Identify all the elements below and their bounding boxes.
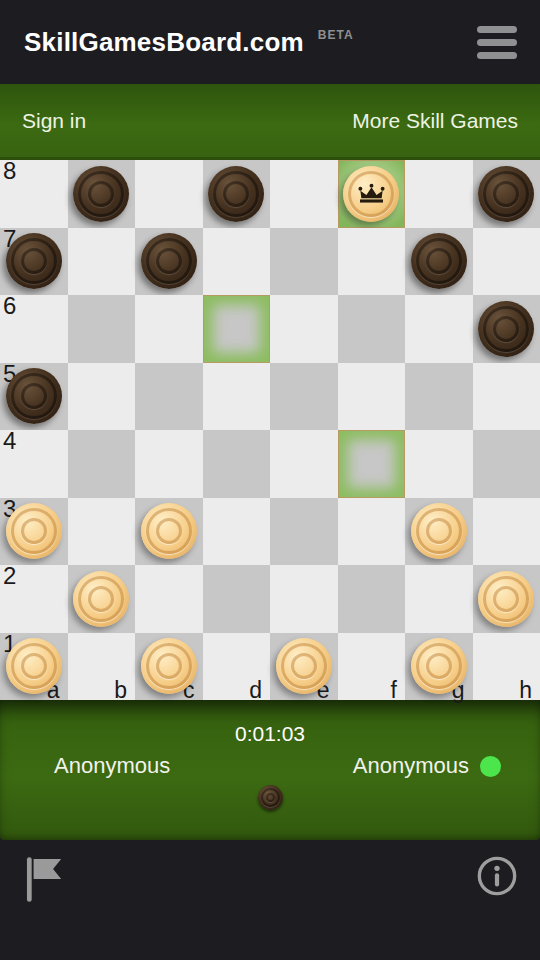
piece-dark-man[interactable] xyxy=(73,166,129,222)
square-a3[interactable]: 3 xyxy=(0,498,68,566)
piece-ring xyxy=(156,518,182,544)
square-d1[interactable]: d xyxy=(203,633,271,701)
square-d8[interactable] xyxy=(203,160,271,228)
square-c4[interactable] xyxy=(135,430,203,498)
square-f7[interactable] xyxy=(338,228,406,296)
square-d6[interactable] xyxy=(203,295,271,363)
rank-label-8: 8 xyxy=(3,159,16,183)
piece-ring xyxy=(266,793,275,802)
piece-light-man[interactable] xyxy=(141,638,197,694)
square-h1[interactable]: h xyxy=(473,633,540,701)
rank-label-2: 2 xyxy=(3,564,16,588)
square-a5[interactable]: 5 xyxy=(0,363,68,431)
square-f4[interactable] xyxy=(338,430,406,498)
file-label-f: f xyxy=(391,679,397,702)
info-icon[interactable] xyxy=(476,855,518,901)
square-f8[interactable] xyxy=(338,160,406,228)
piece-dark-man[interactable] xyxy=(208,166,264,222)
game-clock: 0:01:03 xyxy=(0,722,540,746)
square-h3[interactable] xyxy=(473,498,540,566)
app-title: SkillGamesBoard.com xyxy=(24,27,304,58)
online-status-dot xyxy=(480,756,501,777)
square-a1[interactable]: 1a xyxy=(0,633,68,701)
resign-flag-icon[interactable] xyxy=(26,855,64,909)
square-h6[interactable] xyxy=(473,295,540,363)
status-panel: 0:01:03 Anonymous Anonymous xyxy=(0,700,540,840)
square-g2[interactable] xyxy=(405,565,473,633)
square-d5[interactable] xyxy=(203,363,271,431)
square-g3[interactable] xyxy=(405,498,473,566)
piece-ring xyxy=(493,316,519,342)
square-a4[interactable]: 4 xyxy=(0,430,68,498)
captured-pieces-tray xyxy=(0,785,540,810)
sign-in-link[interactable]: Sign in xyxy=(22,109,86,133)
square-g4[interactable] xyxy=(405,430,473,498)
piece-ring xyxy=(426,248,452,274)
beta-badge: BETA xyxy=(318,28,354,42)
crown-icon xyxy=(357,183,386,204)
piece-dark-man[interactable] xyxy=(478,301,534,357)
piece-ring xyxy=(21,248,47,274)
piece-light-man[interactable] xyxy=(6,638,62,694)
square-h7[interactable] xyxy=(473,228,540,296)
piece-ring xyxy=(426,518,452,544)
bottom-toolbar xyxy=(0,840,540,957)
square-c5[interactable] xyxy=(135,363,203,431)
square-c2[interactable] xyxy=(135,565,203,633)
square-b8[interactable] xyxy=(68,160,136,228)
players-row: Anonymous Anonymous xyxy=(0,746,540,779)
square-a2[interactable]: 2 xyxy=(0,565,68,633)
square-e4[interactable] xyxy=(270,430,338,498)
piece-light-man[interactable] xyxy=(411,503,467,559)
top-app-bar: SkillGamesBoard.com BETA xyxy=(0,0,540,84)
piece-dark-man[interactable] xyxy=(478,166,534,222)
menu-bar xyxy=(477,39,517,46)
square-e8[interactable] xyxy=(270,160,338,228)
file-label-d: d xyxy=(249,679,262,702)
square-f2[interactable] xyxy=(338,565,406,633)
square-g8[interactable] xyxy=(405,160,473,228)
piece-ring xyxy=(88,181,114,207)
player-left-name: Anonymous xyxy=(54,753,170,779)
square-b2[interactable] xyxy=(68,565,136,633)
square-h2[interactable] xyxy=(473,565,540,633)
nav-bar: Sign in More Skill Games xyxy=(0,84,540,160)
square-g1[interactable]: g xyxy=(405,633,473,701)
piece-ring xyxy=(21,383,47,409)
square-a7[interactable]: 7 xyxy=(0,228,68,296)
menu-bar xyxy=(477,52,517,59)
square-f3[interactable] xyxy=(338,498,406,566)
square-b3[interactable] xyxy=(68,498,136,566)
piece-light-king[interactable] xyxy=(343,166,399,222)
square-h5[interactable] xyxy=(473,363,540,431)
square-e3[interactable] xyxy=(270,498,338,566)
square-e1[interactable]: e xyxy=(270,633,338,701)
piece-ring xyxy=(156,653,182,679)
square-b4[interactable] xyxy=(68,430,136,498)
square-e7[interactable] xyxy=(270,228,338,296)
square-c6[interactable] xyxy=(135,295,203,363)
square-h4[interactable] xyxy=(473,430,540,498)
player-right: Anonymous xyxy=(353,753,501,779)
piece-ring xyxy=(493,181,519,207)
piece-ring xyxy=(156,248,182,274)
piece-ring xyxy=(88,586,114,612)
square-f1[interactable]: f xyxy=(338,633,406,701)
square-e2[interactable] xyxy=(270,565,338,633)
piece-dark-man[interactable] xyxy=(6,368,62,424)
square-d2[interactable] xyxy=(203,565,271,633)
board: 87654321abcdefgh xyxy=(0,160,540,700)
menu-bar xyxy=(477,26,517,33)
square-g7[interactable] xyxy=(405,228,473,296)
piece-ring xyxy=(426,653,452,679)
square-d4[interactable] xyxy=(203,430,271,498)
square-b7[interactable] xyxy=(68,228,136,296)
square-f5[interactable] xyxy=(338,363,406,431)
rank-label-4: 4 xyxy=(3,429,16,453)
square-h8[interactable] xyxy=(473,160,540,228)
piece-ring xyxy=(223,181,249,207)
piece-light-man[interactable] xyxy=(411,638,467,694)
piece-ring xyxy=(291,653,317,679)
crown-icon xyxy=(343,166,399,222)
piece-dark-man xyxy=(258,785,283,810)
square-f6[interactable] xyxy=(338,295,406,363)
piece-dark-man[interactable] xyxy=(141,233,197,289)
piece-light-man[interactable] xyxy=(73,571,129,627)
piece-light-man[interactable] xyxy=(6,503,62,559)
square-e6[interactable] xyxy=(270,295,338,363)
square-b1[interactable]: b xyxy=(68,633,136,701)
player-right-name: Anonymous xyxy=(353,753,469,779)
square-c3[interactable] xyxy=(135,498,203,566)
square-d7[interactable] xyxy=(203,228,271,296)
piece-ring xyxy=(21,653,47,679)
piece-light-man[interactable] xyxy=(478,571,534,627)
piece-dark-man[interactable] xyxy=(6,233,62,289)
piece-ring xyxy=(493,586,519,612)
square-c1[interactable]: c xyxy=(135,633,203,701)
square-a6[interactable]: 6 xyxy=(0,295,68,363)
hamburger-menu-icon[interactable] xyxy=(477,26,517,59)
square-c7[interactable] xyxy=(135,228,203,296)
piece-ring xyxy=(21,518,47,544)
square-g5[interactable] xyxy=(405,363,473,431)
square-b5[interactable] xyxy=(68,363,136,431)
square-d3[interactable] xyxy=(203,498,271,566)
piece-dark-man[interactable] xyxy=(411,233,467,289)
file-label-h: h xyxy=(519,679,532,702)
more-skill-games-link[interactable]: More Skill Games xyxy=(352,109,518,133)
piece-light-man[interactable] xyxy=(276,638,332,694)
square-e5[interactable] xyxy=(270,363,338,431)
square-b6[interactable] xyxy=(68,295,136,363)
rank-label-6: 6 xyxy=(3,294,16,318)
square-g6[interactable] xyxy=(405,295,473,363)
piece-light-man[interactable] xyxy=(141,503,197,559)
square-a8[interactable]: 8 xyxy=(0,160,68,228)
square-c8[interactable] xyxy=(135,160,203,228)
file-label-b: b xyxy=(114,679,127,702)
